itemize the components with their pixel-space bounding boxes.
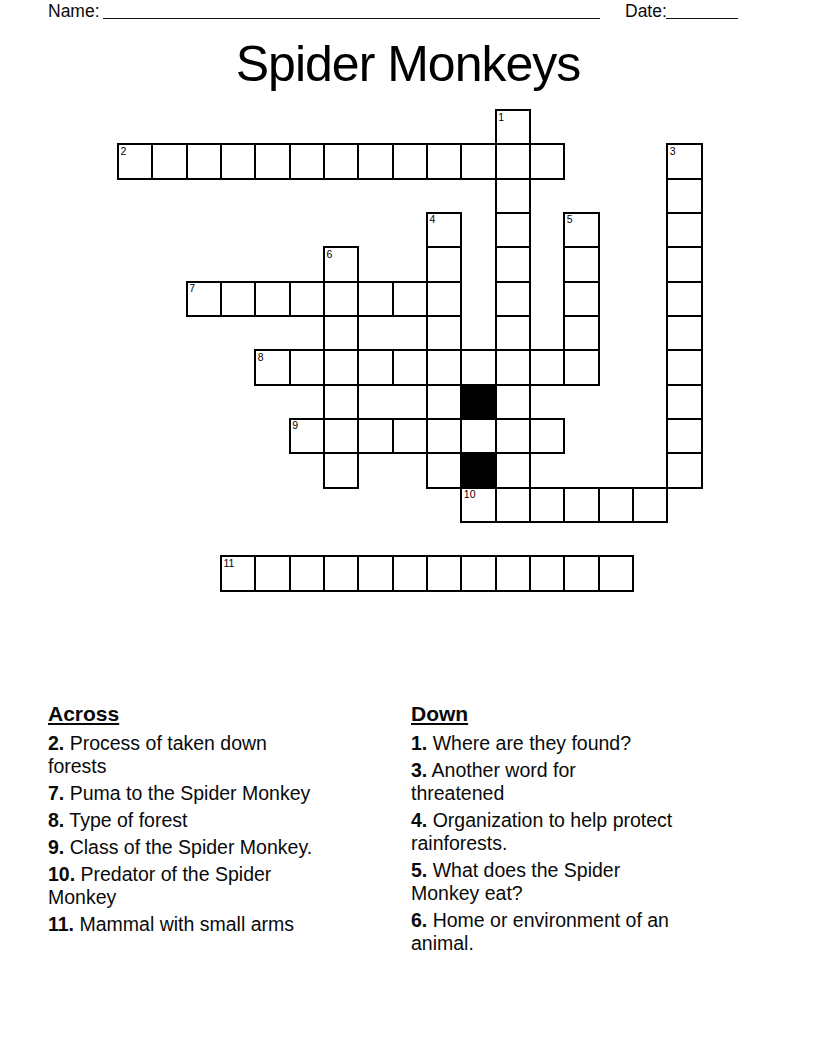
grid-cell[interactable] — [426, 281, 462, 317]
grid-cell[interactable] — [529, 487, 565, 523]
clue-number: 8. — [48, 809, 64, 831]
grid-cell[interactable] — [632, 487, 668, 523]
across-clue-11: 11. Mammal with small arms — [48, 913, 356, 936]
grid-cell[interactable] — [357, 143, 393, 179]
across-clue-10: 10. Predator of the SpiderMonkey — [48, 863, 356, 909]
grid-cell[interactable] — [460, 418, 496, 454]
clue-number: 4. — [411, 809, 427, 831]
across-clue-8: 8. Type of forest — [48, 809, 356, 832]
grid-cell[interactable] — [392, 555, 428, 591]
clue-number: 2. — [48, 732, 64, 754]
grid-cell[interactable] — [666, 349, 702, 385]
grid-cell[interactable] — [666, 246, 702, 282]
grid-cell[interactable] — [598, 555, 634, 591]
grid-cell[interactable] — [563, 315, 599, 351]
crossword-grid: 1234567891011 — [117, 109, 738, 592]
grid-cell[interactable] — [529, 143, 565, 179]
grid-cell[interactable] — [495, 452, 531, 488]
grid-cell[interactable] — [254, 143, 290, 179]
date-label: Date: — [625, 1, 667, 21]
grid-cell[interactable] — [357, 555, 393, 591]
grid-cell[interactable] — [495, 246, 531, 282]
grid-cell[interactable] — [495, 143, 531, 179]
cell-number: 4 — [429, 214, 435, 225]
grid-cell[interactable] — [289, 349, 325, 385]
grid-cell[interactable] — [666, 418, 702, 454]
grid-cell[interactable] — [495, 418, 531, 454]
grid-cell[interactable] — [426, 143, 462, 179]
grid-cell[interactable] — [563, 555, 599, 591]
grid-cell[interactable] — [666, 315, 702, 351]
grid-cell[interactable] — [289, 143, 325, 179]
across-clues-section: Across 2. Process of taken downforests7.… — [48, 701, 356, 940]
grid-cell[interactable] — [495, 315, 531, 351]
grid-cell[interactable] — [357, 349, 393, 385]
grid-cell[interactable] — [426, 349, 462, 385]
grid-cell[interactable] — [529, 555, 565, 591]
grid-cell[interactable] — [426, 452, 462, 488]
cell-number: 9 — [292, 420, 298, 431]
black-cell — [460, 452, 496, 488]
grid-cell[interactable] — [220, 143, 256, 179]
grid-cell[interactable] — [563, 281, 599, 317]
name-blank-line[interactable] — [103, 2, 600, 19]
cell-number: 2 — [121, 146, 127, 157]
down-clue-list: 1. Where are they found?3. Another word … — [411, 732, 751, 955]
clue-number: 5. — [411, 859, 427, 881]
grid-cell[interactable] — [563, 349, 599, 385]
grid-cell[interactable] — [598, 487, 634, 523]
cell-number: 10 — [464, 489, 476, 500]
grid-cell[interactable] — [289, 281, 325, 317]
grid-cell[interactable] — [666, 178, 702, 214]
puzzle-title: Spider Monkeys — [0, 35, 816, 93]
grid-cell[interactable] — [289, 555, 325, 591]
down-clues-section: Down 1. Where are they found?3. Another … — [411, 701, 751, 959]
clue-number: 9. — [48, 836, 64, 858]
grid-cell[interactable] — [392, 349, 428, 385]
grid-cell[interactable] — [495, 555, 531, 591]
down-clue-3: 3. Another word forthreatened — [411, 759, 751, 805]
grid-cell[interactable] — [529, 349, 565, 385]
across-clue-list: 2. Process of taken downforests7. Puma t… — [48, 732, 356, 936]
grid-cell[interactable] — [426, 384, 462, 420]
down-clue-4: 4. Organization to help protectrainfores… — [411, 809, 751, 855]
grid-cell[interactable] — [460, 349, 496, 385]
grid-cell[interactable] — [426, 315, 462, 351]
grid-cell[interactable] — [495, 212, 531, 248]
clue-number: 1. — [411, 732, 427, 754]
grid-cell[interactable] — [529, 418, 565, 454]
grid-cell[interactable] — [666, 384, 702, 420]
clue-number: 3. — [411, 759, 427, 781]
grid-cell[interactable] — [323, 418, 359, 454]
grid-cell[interactable] — [323, 143, 359, 179]
grid-cell[interactable] — [495, 487, 531, 523]
grid-cell[interactable] — [392, 143, 428, 179]
down-clue-1: 1. Where are they found? — [411, 732, 751, 755]
black-cell — [460, 384, 496, 420]
down-heading: Down — [411, 701, 751, 726]
grid-cell[interactable] — [666, 281, 702, 317]
cell-number: 3 — [670, 146, 676, 157]
grid-cell[interactable] — [151, 143, 187, 179]
grid-cell[interactable] — [495, 178, 531, 214]
date-blank-line[interactable] — [666, 2, 738, 19]
clue-number: 10. — [48, 863, 75, 885]
cell-number: 5 — [567, 214, 573, 225]
clue-number: 7. — [48, 782, 64, 804]
grid-cell[interactable] — [426, 555, 462, 591]
name-label: Name: — [48, 1, 100, 21]
grid-cell[interactable] — [323, 384, 359, 420]
grid-cell[interactable] — [323, 281, 359, 317]
across-clue-2: 2. Process of taken downforests — [48, 732, 356, 778]
cell-number: 6 — [326, 249, 332, 260]
grid-cell[interactable] — [460, 143, 496, 179]
across-clue-7: 7. Puma to the Spider Monkey — [48, 782, 356, 805]
grid-cell[interactable] — [323, 349, 359, 385]
grid-cell[interactable] — [392, 418, 428, 454]
grid-cell[interactable] — [426, 418, 462, 454]
clue-number: 11. — [48, 913, 74, 935]
grid-cell[interactable] — [666, 212, 702, 248]
grid-cell[interactable] — [392, 281, 428, 317]
cell-number: 8 — [258, 352, 264, 363]
grid-cell[interactable] — [495, 349, 531, 385]
worksheet-page: Name: Date: Spider Monkeys 1234567891011… — [0, 0, 816, 1056]
grid-cell[interactable] — [254, 555, 290, 591]
grid-cell[interactable] — [357, 418, 393, 454]
grid-cell[interactable] — [323, 315, 359, 351]
grid-cell[interactable] — [563, 246, 599, 282]
grid-cell[interactable] — [666, 452, 702, 488]
grid-cell[interactable] — [495, 281, 531, 317]
grid-cell[interactable] — [220, 281, 256, 317]
clue-number: 6. — [411, 909, 427, 931]
across-clue-9: 9. Class of the Spider Monkey. — [48, 836, 356, 859]
grid-cell[interactable] — [426, 246, 462, 282]
across-heading: Across — [48, 701, 356, 726]
grid-cell[interactable] — [254, 281, 290, 317]
grid-cell[interactable] — [323, 555, 359, 591]
grid-cell[interactable] — [323, 452, 359, 488]
down-clue-6: 6. Home or environment of ananimal. — [411, 909, 751, 955]
grid-cell[interactable] — [495, 384, 531, 420]
grid-cell[interactable] — [357, 281, 393, 317]
cell-number: 11 — [223, 558, 234, 569]
cell-number: 7 — [189, 283, 195, 294]
grid-cell[interactable] — [186, 143, 222, 179]
cell-number: 1 — [498, 112, 504, 123]
grid-cell[interactable] — [460, 555, 496, 591]
down-clue-5: 5. What does the SpiderMonkey eat? — [411, 859, 751, 905]
grid-cell[interactable] — [563, 487, 599, 523]
